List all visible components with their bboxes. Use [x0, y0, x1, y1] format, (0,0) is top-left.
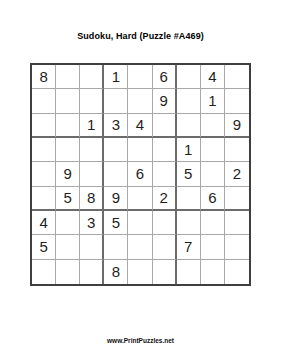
- cell-r5c3[interactable]: [80, 162, 104, 186]
- cell-r3c5[interactable]: 4: [128, 114, 152, 138]
- cell-r6c9[interactable]: [225, 187, 249, 211]
- cell-r1c4[interactable]: 1: [104, 65, 128, 89]
- sudoku-grid: 8 1 6 4 9 1 1 3 4 9 1: [30, 63, 251, 286]
- cell-r4c2[interactable]: [56, 138, 80, 162]
- cell-r8c7[interactable]: 7: [177, 235, 201, 259]
- cell-r1c7[interactable]: [177, 65, 201, 89]
- cell-r3c1[interactable]: [32, 114, 56, 138]
- cell-r4c9[interactable]: [225, 138, 249, 162]
- page-title: Sudoku, Hard (Puzzle #A469): [0, 31, 281, 41]
- cell-r6c2[interactable]: 5: [56, 187, 80, 211]
- cell-r9c4[interactable]: 8: [104, 260, 128, 284]
- cell-r1c6[interactable]: 6: [153, 65, 177, 89]
- cell-r7c9[interactable]: [225, 211, 249, 235]
- cell-r8c6[interactable]: [153, 235, 177, 259]
- cell-r1c9[interactable]: [225, 65, 249, 89]
- cell-r6c6[interactable]: 2: [153, 187, 177, 211]
- cell-r7c8[interactable]: [201, 211, 225, 235]
- cell-r9c3[interactable]: [80, 260, 104, 284]
- cell-r5c4[interactable]: [104, 162, 128, 186]
- cell-r2c8[interactable]: 1: [201, 89, 225, 113]
- cell-r9c1[interactable]: [32, 260, 56, 284]
- cell-r8c4[interactable]: [104, 235, 128, 259]
- cell-r4c3[interactable]: [80, 138, 104, 162]
- cell-r3c8[interactable]: [201, 114, 225, 138]
- cell-r9c5[interactable]: [128, 260, 152, 284]
- sudoku-page: Sudoku, Hard (Puzzle #A469) 8 1 6 4 9 1 …: [0, 0, 281, 363]
- cell-r7c2[interactable]: [56, 211, 80, 235]
- cell-r6c8[interactable]: 6: [201, 187, 225, 211]
- cell-r8c3[interactable]: [80, 235, 104, 259]
- cell-r2c4[interactable]: [104, 89, 128, 113]
- cell-r9c9[interactable]: [225, 260, 249, 284]
- cell-r2c6[interactable]: 9: [153, 89, 177, 113]
- cell-r5c7[interactable]: 5: [177, 162, 201, 186]
- cell-r1c3[interactable]: [80, 65, 104, 89]
- cell-r2c2[interactable]: [56, 89, 80, 113]
- cell-r5c9[interactable]: 2: [225, 162, 249, 186]
- cell-r3c4[interactable]: 3: [104, 114, 128, 138]
- cell-r2c5[interactable]: [128, 89, 152, 113]
- cell-r8c8[interactable]: [201, 235, 225, 259]
- cell-r3c3[interactable]: 1: [80, 114, 104, 138]
- cell-r1c5[interactable]: [128, 65, 152, 89]
- cell-r3c2[interactable]: [56, 114, 80, 138]
- cell-r8c5[interactable]: [128, 235, 152, 259]
- cell-r7c7[interactable]: [177, 211, 201, 235]
- cell-r4c6[interactable]: [153, 138, 177, 162]
- cell-r6c5[interactable]: [128, 187, 152, 211]
- cell-r6c3[interactable]: 8: [80, 187, 104, 211]
- cell-r6c7[interactable]: [177, 187, 201, 211]
- cell-r8c1[interactable]: 5: [32, 235, 56, 259]
- cell-r8c2[interactable]: [56, 235, 80, 259]
- cell-r7c5[interactable]: [128, 211, 152, 235]
- cell-r9c8[interactable]: [201, 260, 225, 284]
- cell-r2c1[interactable]: [32, 89, 56, 113]
- cell-r1c8[interactable]: 4: [201, 65, 225, 89]
- cell-r5c8[interactable]: [201, 162, 225, 186]
- cell-r3c6[interactable]: [153, 114, 177, 138]
- cell-r4c8[interactable]: [201, 138, 225, 162]
- cell-r7c1[interactable]: 4: [32, 211, 56, 235]
- website-footer: www.PrintPuzzles.net: [0, 337, 281, 344]
- cell-r5c1[interactable]: [32, 162, 56, 186]
- cell-r7c4[interactable]: 5: [104, 211, 128, 235]
- cell-r9c2[interactable]: [56, 260, 80, 284]
- cell-r1c2[interactable]: [56, 65, 80, 89]
- cell-r4c5[interactable]: [128, 138, 152, 162]
- cell-r7c6[interactable]: [153, 211, 177, 235]
- cell-r4c7[interactable]: 1: [177, 138, 201, 162]
- cell-r9c7[interactable]: [177, 260, 201, 284]
- cell-r9c6[interactable]: [153, 260, 177, 284]
- cell-r5c2[interactable]: 9: [56, 162, 80, 186]
- cell-r1c1[interactable]: 8: [32, 65, 56, 89]
- cell-r5c6[interactable]: [153, 162, 177, 186]
- cell-r6c1[interactable]: [32, 187, 56, 211]
- cell-r2c7[interactable]: [177, 89, 201, 113]
- cell-r2c3[interactable]: [80, 89, 104, 113]
- cell-r2c9[interactable]: [225, 89, 249, 113]
- cell-r4c1[interactable]: [32, 138, 56, 162]
- cell-r5c5[interactable]: 6: [128, 162, 152, 186]
- cell-r3c9[interactable]: 9: [225, 114, 249, 138]
- cell-r7c3[interactable]: 3: [80, 211, 104, 235]
- cell-r4c4[interactable]: [104, 138, 128, 162]
- cell-r6c4[interactable]: 9: [104, 187, 128, 211]
- cell-r8c9[interactable]: [225, 235, 249, 259]
- cell-r3c7[interactable]: [177, 114, 201, 138]
